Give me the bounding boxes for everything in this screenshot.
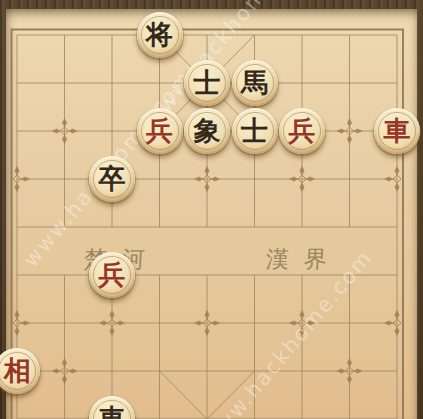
piece-character: 兵 — [99, 261, 126, 288]
piece-character: 士 — [194, 69, 221, 96]
river-label-han-jie: 漢界 — [265, 246, 342, 272]
piece-red-soldier[interactable]: 兵 — [137, 108, 183, 154]
piece-character: 相 — [4, 357, 31, 384]
piece-black-advisor[interactable]: 士 — [184, 60, 230, 106]
piece-red-chariot[interactable]: 車 — [374, 108, 420, 154]
piece-black-horse[interactable]: 馬 — [232, 60, 278, 106]
xiangqi-board-screen: 楚河 漢界 www.hackhome.com www.hackhome.com … — [0, 0, 423, 419]
piece-character: 卒 — [99, 165, 126, 192]
piece-character: 将 — [146, 21, 173, 48]
piece-black-advisor[interactable]: 士 — [232, 108, 278, 154]
piece-character: 象 — [194, 117, 221, 144]
piece-character: 車 — [384, 117, 411, 144]
piece-black-elephant[interactable]: 象 — [184, 108, 230, 154]
piece-black-soldier[interactable]: 卒 — [89, 156, 135, 202]
piece-character: 兵 — [289, 117, 316, 144]
piece-black-general[interactable]: 将 — [137, 12, 183, 58]
piece-red-soldier[interactable]: 兵 — [89, 252, 135, 298]
piece-character: 車 — [99, 405, 126, 419]
piece-red-soldier[interactable]: 兵 — [279, 108, 325, 154]
piece-character: 兵 — [146, 117, 173, 144]
piece-character: 士 — [241, 117, 268, 144]
piece-character: 馬 — [241, 69, 268, 96]
